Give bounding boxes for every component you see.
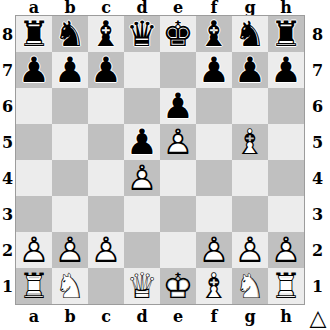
square-f8[interactable]: ♝ [196,16,232,52]
piece-white-knight-b1[interactable]: ♞♘ [52,268,88,304]
rank-label: 8 [0,16,15,52]
rank-label: 1 [0,268,15,304]
square-h3[interactable] [268,196,304,232]
rank-label: 7 [305,52,330,88]
piece-glyph: ♟ [232,52,268,88]
square-f6[interactable] [196,88,232,124]
rank-label: 8 [305,16,330,52]
rank-label: 3 [0,196,15,232]
piece-white-pawn-a2[interactable]: ♟♙ [16,232,52,268]
piece-glyph: ♞ [232,16,268,52]
piece-white-queen-d1[interactable]: ♛♕ [124,268,160,304]
file-label: a [16,0,52,15]
file-label: e [160,0,196,15]
piece-glyph: ♙ [88,232,124,268]
piece-black-pawn-e6[interactable]: ♟ [160,88,196,124]
square-d7[interactable] [124,52,160,88]
square-a8[interactable]: ♜ [16,16,52,52]
piece-white-knight-g1[interactable]: ♞♘ [232,268,268,304]
piece-glyph: ♟ [16,52,52,88]
piece-glyph: ♙ [160,124,196,160]
file-label: f [196,305,232,330]
piece-glyph: ♕ [124,268,160,304]
square-d6[interactable] [124,88,160,124]
square-b3[interactable] [52,196,88,232]
square-a1[interactable]: ♜♖ [16,268,52,304]
square-h2[interactable]: ♟♙ [268,232,304,268]
piece-black-pawn-g7[interactable]: ♟ [232,52,268,88]
piece-glyph: ♜ [16,16,52,52]
square-h4[interactable] [268,160,304,196]
rank-labels-left: 87654321 [0,16,15,304]
square-c3[interactable] [88,196,124,232]
square-e8[interactable]: ♚ [160,16,196,52]
piece-glyph: ♔ [160,268,196,304]
piece-glyph: ♗ [196,268,232,304]
piece-glyph: ♟ [160,88,196,124]
square-a2[interactable]: ♟♙ [16,232,52,268]
square-b4[interactable] [52,160,88,196]
file-label: b [52,305,88,330]
square-g3[interactable] [232,196,268,232]
file-label: b [52,0,88,15]
piece-glyph: ♘ [232,268,268,304]
square-d8[interactable]: ♛ [124,16,160,52]
rank-labels-right: 87654321 [305,16,330,304]
piece-white-pawn-g2[interactable]: ♟♙ [232,232,268,268]
square-h6[interactable] [268,88,304,124]
file-label: d [124,305,160,330]
chess-diagram: abcdefgh 87654321 ♜♞♝♛♚♝♞♜♟♟♟♟♟♟♟♟♟♙♝♗♟♙… [0,0,330,330]
piece-white-pawn-f2[interactable]: ♟♙ [196,232,232,268]
file-label: g [232,305,268,330]
square-h7[interactable]: ♟ [268,52,304,88]
file-label: h [268,305,304,330]
white-to-move-indicator: △ [306,305,330,330]
rank-label: 2 [0,232,15,268]
piece-white-pawn-e5[interactable]: ♟♙ [160,124,196,160]
rank-label: 3 [305,196,330,232]
file-label: h [268,0,304,15]
piece-glyph: ♙ [124,160,160,196]
square-a5[interactable] [16,124,52,160]
square-e1[interactable]: ♚♔ [160,268,196,304]
square-a6[interactable] [16,88,52,124]
square-a3[interactable] [16,196,52,232]
square-e5[interactable]: ♟♙ [160,124,196,160]
square-b5[interactable] [52,124,88,160]
square-f7[interactable]: ♟ [196,52,232,88]
piece-glyph: ♟ [52,52,88,88]
square-d1[interactable]: ♛♕ [124,268,160,304]
square-d5[interactable]: ♟ [124,124,160,160]
square-b1[interactable]: ♞♘ [52,268,88,304]
piece-black-rook-a8[interactable]: ♜ [16,16,52,52]
rank-label: 2 [305,232,330,268]
rank-label: 5 [0,124,15,160]
rank-label: 4 [0,160,15,196]
rank-label: 6 [0,88,15,124]
piece-black-pawn-a7[interactable]: ♟ [16,52,52,88]
square-c8[interactable]: ♝ [88,16,124,52]
piece-glyph: ♟ [268,52,304,88]
square-g8[interactable]: ♞ [232,16,268,52]
square-h1[interactable]: ♜♖ [268,268,304,304]
piece-glyph: ♖ [16,268,52,304]
piece-black-rook-h8[interactable]: ♜ [268,16,304,52]
square-h8[interactable]: ♜ [268,16,304,52]
piece-glyph: ♘ [52,268,88,304]
file-label: a [16,305,52,330]
piece-glyph: ♟ [88,52,124,88]
square-g4[interactable] [232,160,268,196]
square-g1[interactable]: ♞♘ [232,268,268,304]
square-c1[interactable] [88,268,124,304]
piece-white-pawn-c2[interactable]: ♟♙ [88,232,124,268]
piece-glyph: ♛ [124,16,160,52]
piece-black-knight-g8[interactable]: ♞ [232,16,268,52]
rank-label: 4 [305,160,330,196]
piece-glyph: ♟ [124,124,160,160]
square-a4[interactable] [16,160,52,196]
piece-white-rook-a1[interactable]: ♜♖ [16,268,52,304]
square-f2[interactable]: ♟♙ [196,232,232,268]
piece-glyph: ♜ [268,16,304,52]
square-e4[interactable] [160,160,196,196]
square-b6[interactable] [52,88,88,124]
piece-black-pawn-d5[interactable]: ♟ [124,124,160,160]
rank-label: 5 [305,124,330,160]
chess-board: ♜♞♝♛♚♝♞♜♟♟♟♟♟♟♟♟♟♙♝♗♟♙♟♙♟♙♟♙♟♙♟♙♟♙♜♖♞♘♛♕… [15,15,305,305]
square-b2[interactable]: ♟♙ [52,232,88,268]
file-label: g [232,0,268,15]
file-label: f [196,0,232,15]
square-f1[interactable]: ♝♗ [196,268,232,304]
file-label: c [88,0,124,15]
piece-black-queen-d8[interactable]: ♛ [124,16,160,52]
square-d4[interactable]: ♟♙ [124,160,160,196]
file-label: c [88,305,124,330]
square-g7[interactable]: ♟ [232,52,268,88]
square-g6[interactable] [232,88,268,124]
square-b7[interactable]: ♟ [52,52,88,88]
square-c7[interactable]: ♟ [88,52,124,88]
piece-black-pawn-f7[interactable]: ♟ [196,52,232,88]
piece-white-king-e1[interactable]: ♚♔ [160,268,196,304]
square-a7[interactable]: ♟ [16,52,52,88]
piece-glyph: ♙ [196,232,232,268]
square-e2[interactable] [160,232,196,268]
rank-label: 6 [305,88,330,124]
piece-glyph: ♗ [232,124,268,160]
piece-glyph: ♙ [52,232,88,268]
square-h5[interactable] [268,124,304,160]
piece-white-pawn-h2[interactable]: ♟♙ [268,232,304,268]
square-e6[interactable]: ♟ [160,88,196,124]
rank-label: 7 [0,52,15,88]
piece-glyph: ♙ [16,232,52,268]
piece-black-bishop-c8[interactable]: ♝ [88,16,124,52]
square-c6[interactable] [88,88,124,124]
piece-glyph: ♞ [52,16,88,52]
piece-black-pawn-c7[interactable]: ♟ [88,52,124,88]
piece-glyph: ♚ [160,16,196,52]
square-f5[interactable] [196,124,232,160]
square-f4[interactable] [196,160,232,196]
square-e7[interactable] [160,52,196,88]
piece-white-bishop-f1[interactable]: ♝♗ [196,268,232,304]
piece-glyph: ♖ [268,268,304,304]
piece-glyph: ♙ [268,232,304,268]
square-g2[interactable]: ♟♙ [232,232,268,268]
file-label: d [124,0,160,15]
file-labels-bottom: abcdefgh [16,305,304,330]
piece-white-bishop-g5[interactable]: ♝♗ [232,124,268,160]
square-d2[interactable] [124,232,160,268]
piece-white-rook-h1[interactable]: ♜♖ [268,268,304,304]
square-b8[interactable]: ♞ [52,16,88,52]
square-e3[interactable] [160,196,196,232]
square-g5[interactable]: ♝♗ [232,124,268,160]
piece-black-knight-b8[interactable]: ♞ [52,16,88,52]
square-c4[interactable] [88,160,124,196]
piece-white-pawn-d4[interactable]: ♟♙ [124,160,160,196]
piece-glyph: ♝ [196,16,232,52]
piece-glyph: ♟ [196,52,232,88]
piece-black-pawn-b7[interactable]: ♟ [52,52,88,88]
file-labels-top: abcdefgh [16,0,304,15]
square-d3[interactable] [124,196,160,232]
piece-glyph: ♝ [88,16,124,52]
square-f3[interactable] [196,196,232,232]
piece-glyph: ♙ [232,232,268,268]
piece-black-bishop-f8[interactable]: ♝ [196,16,232,52]
piece-black-pawn-h7[interactable]: ♟ [268,52,304,88]
square-c2[interactable]: ♟♙ [88,232,124,268]
piece-black-king-e8[interactable]: ♚ [160,16,196,52]
square-c5[interactable] [88,124,124,160]
rank-label: 1 [305,268,330,304]
file-label: e [160,305,196,330]
piece-white-pawn-b2[interactable]: ♟♙ [52,232,88,268]
